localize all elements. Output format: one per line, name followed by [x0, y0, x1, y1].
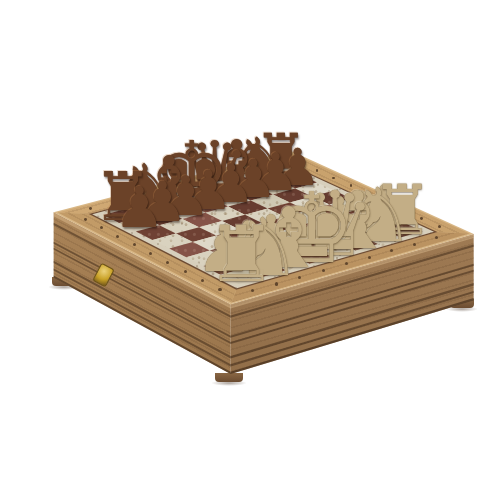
- frame-screw-dot-27: [184, 270, 187, 273]
- frame-screw-dot-3: [84, 218, 87, 221]
- product-photo: ♜♜♞♞♝♝♛♛♚♚♝♝♞♞♜♜♟♟♟♟♟♟♟♟♟♟♟♟♟♟♟♟♟♟♟♟♟♟♟♟…: [0, 0, 500, 500]
- case-foot-1: [215, 373, 243, 382]
- white-rook-h1: ♜: [203, 216, 280, 293]
- black-pawn-h7: ♟: [111, 180, 167, 236]
- frame-screw-dot-34: [438, 225, 441, 228]
